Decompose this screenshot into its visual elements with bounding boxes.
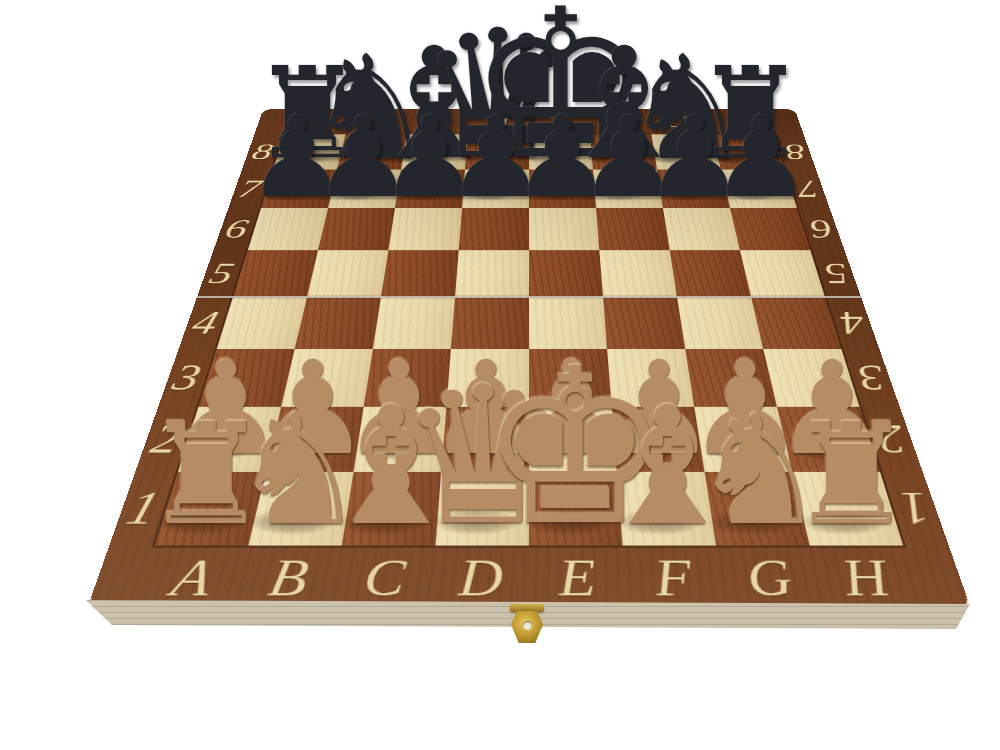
square-d5[interactable] [455, 250, 529, 297]
square-b5[interactable] [307, 250, 388, 297]
square-e5[interactable] [529, 250, 603, 297]
clasp-mount [510, 604, 544, 612]
chess-board-photo: 8877665544332211AABBCCDDEEFFGGHH ♜♞♝♛♚♝♞… [0, 0, 1000, 750]
clasp-hole [523, 621, 532, 630]
piece-h1-white-rook[interactable]: ♜ [789, 405, 915, 545]
square-f5[interactable] [599, 250, 677, 297]
square-g5[interactable] [670, 250, 751, 297]
rank-label-5-left: 5 [205, 256, 239, 289]
square-a5[interactable] [233, 250, 318, 297]
square-c5[interactable] [381, 250, 459, 297]
square-h5[interactable] [740, 250, 825, 297]
piece-h7-black-pawn[interactable]: ♟ [711, 101, 811, 213]
board-fold-seam [197, 295, 862, 298]
rank-label-5-right: 5 [819, 256, 853, 289]
